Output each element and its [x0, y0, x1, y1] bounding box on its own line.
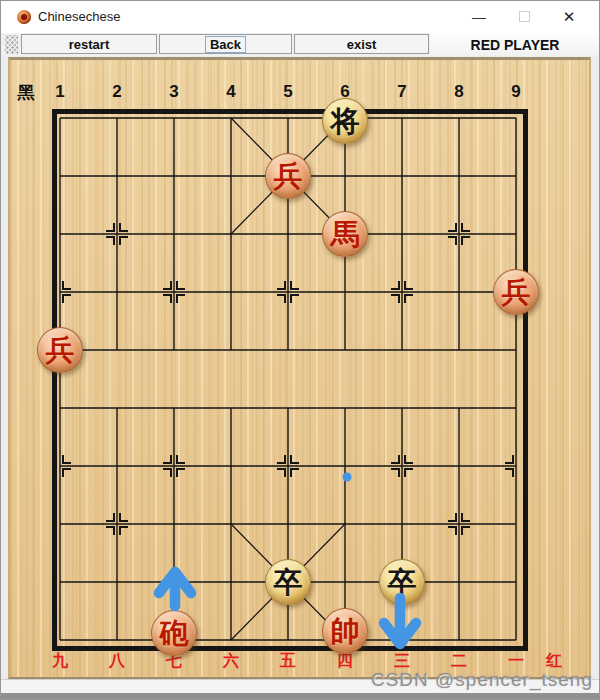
xiangqi-board[interactable]: 将兵馬兵兵卒卒砲帥 123456789 九八七六五四三二一 黑 红 [8, 57, 591, 679]
piece-red-馬[interactable]: 馬 [322, 211, 368, 257]
maximize-icon [519, 11, 530, 22]
piece-glyph: 帥 [331, 617, 360, 646]
back-button[interactable]: Back [159, 34, 292, 54]
piece-glyph: 兵 [274, 162, 303, 191]
piece-glyph: 卒 [388, 568, 417, 597]
close-button[interactable]: ✕ [554, 1, 584, 32]
player-panel: RED PLAYER [430, 33, 600, 56]
piece-glyph: 砲 [160, 619, 189, 648]
maximize-button[interactable] [509, 1, 539, 32]
piece-red-兵[interactable]: 兵 [493, 269, 539, 315]
turn-indicator-label: RED PLAYER [471, 37, 560, 53]
close-icon: ✕ [563, 8, 576, 26]
toolbar-grip[interactable] [5, 35, 18, 54]
piece-red-帥[interactable]: 帥 [322, 608, 368, 654]
app-window: Chinesechese — ✕ restart Back exist RED … [0, 0, 600, 700]
piece-red-兵[interactable]: 兵 [37, 327, 83, 373]
piece-red-砲[interactable]: 砲 [151, 610, 197, 656]
toolbar: restart Back exist RED PLAYER [1, 33, 599, 56]
pieces-layer: 将兵馬兵兵卒卒砲帥 [10, 60, 593, 682]
app-icon [17, 10, 31, 24]
bottom-strip-dark [1, 693, 599, 700]
piece-glyph: 将 [331, 107, 360, 136]
piece-black-卒[interactable]: 卒 [379, 559, 425, 605]
minimize-button[interactable]: — [464, 1, 494, 32]
back-button-label: Back [205, 36, 246, 53]
piece-glyph: 兵 [502, 278, 531, 307]
watermark-text: CSDN @spencer_tseng [371, 669, 593, 691]
window-title: Chinesechese [38, 9, 120, 24]
piece-black-卒[interactable]: 卒 [265, 559, 311, 605]
piece-black-将[interactable]: 将 [322, 98, 368, 144]
title-bar[interactable]: Chinesechese — ✕ [1, 1, 599, 33]
piece-red-兵[interactable]: 兵 [265, 153, 311, 199]
piece-glyph: 卒 [274, 568, 303, 597]
exist-button[interactable]: exist [294, 34, 429, 54]
minimize-icon: — [472, 9, 486, 25]
restart-button[interactable]: restart [21, 34, 157, 54]
piece-glyph: 兵 [46, 336, 75, 365]
piece-glyph: 馬 [331, 220, 360, 249]
